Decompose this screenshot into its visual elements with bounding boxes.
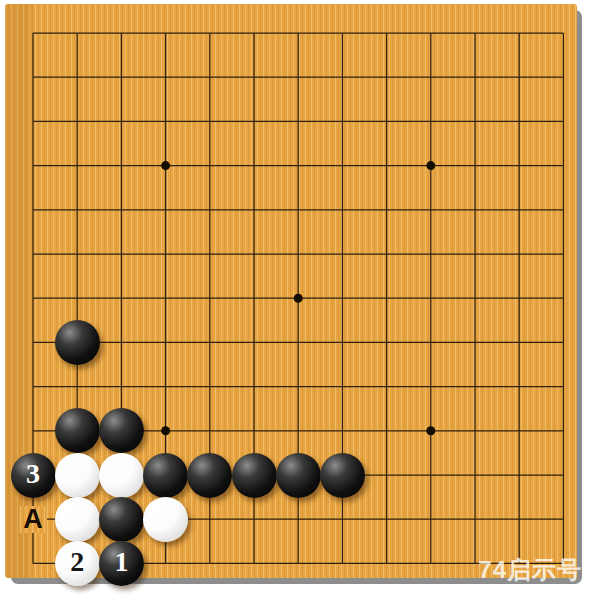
watermark-text: 74启示号: [478, 554, 582, 586]
point-label-A: A: [20, 506, 47, 533]
stone-black-B6: [55, 320, 100, 365]
stone-black-D3: [143, 453, 188, 498]
stone-black-B4: [55, 408, 100, 453]
stone-black-F3: [232, 453, 277, 498]
stone-black-E3: [187, 453, 232, 498]
move-number-label: 3: [26, 460, 40, 488]
stone-black-C1: 1: [99, 541, 144, 586]
stone-black-G3: [276, 453, 321, 498]
stone-white-B3: [55, 453, 100, 498]
move-number-label: 2: [70, 548, 84, 576]
go-diagram: 321A 74启示号: [0, 0, 600, 600]
stone-black-C2: [99, 497, 144, 542]
stone-white-B1: 2: [55, 541, 100, 586]
stone-black-H3: [320, 453, 365, 498]
move-number-label: 1: [114, 548, 128, 576]
stone-white-D2: [143, 497, 188, 542]
stone-black-A3: 3: [11, 453, 56, 498]
stone-black-C4: [99, 408, 144, 453]
stone-white-B2: [55, 497, 100, 542]
stone-white-C3: [99, 453, 144, 498]
